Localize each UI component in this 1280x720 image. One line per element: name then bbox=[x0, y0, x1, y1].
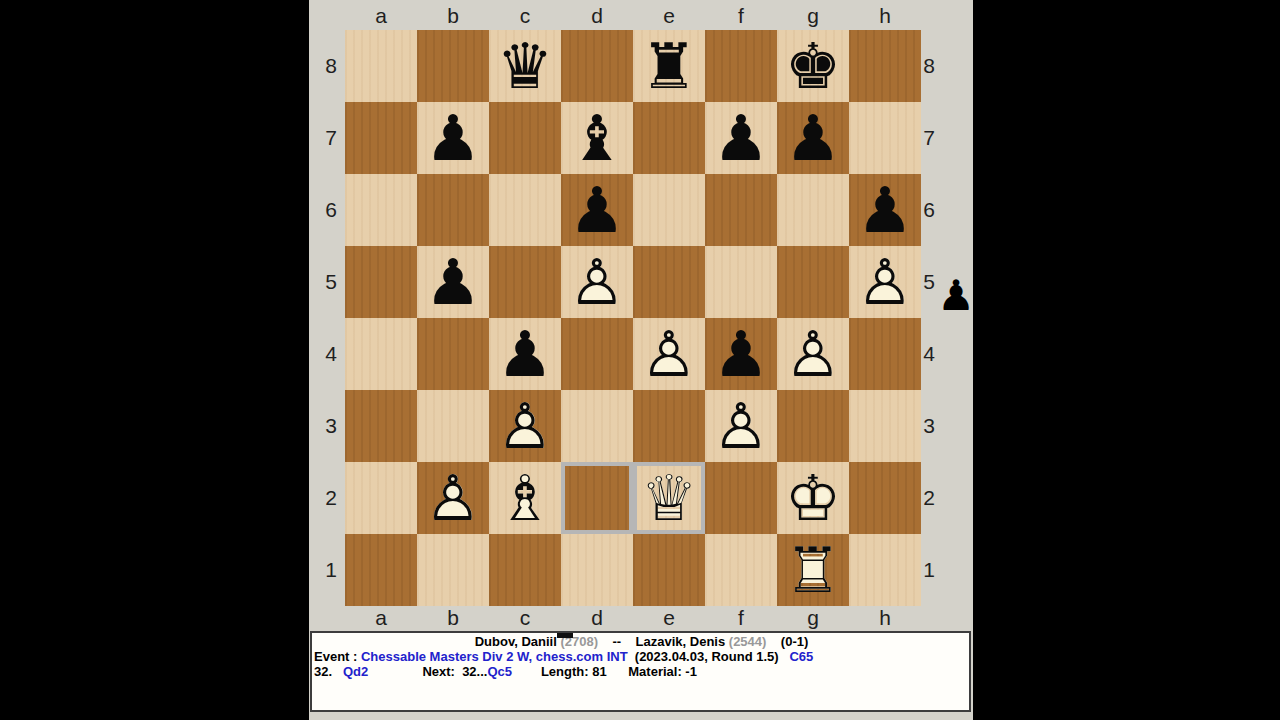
caption-segment: Lazavik, Denis bbox=[636, 634, 729, 649]
white-bishop: ♝♗ bbox=[489, 462, 561, 534]
square-b8[interactable] bbox=[417, 30, 489, 102]
caption-segment: 32. bbox=[314, 664, 343, 679]
black-rook: ♜ bbox=[633, 30, 705, 102]
square-e5[interactable] bbox=[633, 246, 705, 318]
file-label-a: a bbox=[345, 4, 417, 28]
square-d6[interactable]: ♟ bbox=[561, 174, 633, 246]
piece-outline: ♙ bbox=[849, 246, 921, 318]
square-c1[interactable] bbox=[489, 534, 561, 606]
black-pawn: ♟ bbox=[489, 318, 561, 390]
piece-outline: ♙ bbox=[705, 390, 777, 462]
square-e1[interactable] bbox=[633, 534, 705, 606]
square-h6[interactable]: ♟ bbox=[849, 174, 921, 246]
square-d2[interactable] bbox=[561, 462, 633, 534]
rank-label-7: 7 bbox=[320, 102, 342, 174]
square-e4[interactable]: ♟♙ bbox=[633, 318, 705, 390]
caption-segment: C65 bbox=[789, 649, 813, 664]
rank-label-1: 1 bbox=[320, 534, 342, 606]
file-label-c: c bbox=[489, 4, 561, 28]
black-pawn: ♟ bbox=[849, 174, 921, 246]
square-e7[interactable] bbox=[633, 102, 705, 174]
white-pawn: ♟♙ bbox=[849, 246, 921, 318]
video-frame-panel: abcdefgh 87654321 ♛♜♚♟♝♟♟♟♟♟♟♙♟♙♟♟♙♟♟♙♟♙… bbox=[309, 0, 973, 720]
file-label-e: e bbox=[633, 606, 705, 630]
piece-glyph: ♟ bbox=[561, 174, 633, 246]
square-f7[interactable]: ♟ bbox=[705, 102, 777, 174]
event-line: Event : Chessable Masters Div 2 W, chess… bbox=[314, 649, 969, 664]
rank-label-8: 8 bbox=[918, 30, 940, 102]
square-h3[interactable] bbox=[849, 390, 921, 462]
rank-label-6: 6 bbox=[918, 174, 940, 246]
square-f1[interactable] bbox=[705, 534, 777, 606]
file-label-h: h bbox=[849, 606, 921, 630]
square-a5[interactable] bbox=[345, 246, 417, 318]
white-pawn: ♟♙ bbox=[777, 318, 849, 390]
square-e3[interactable] bbox=[633, 390, 705, 462]
square-e6[interactable] bbox=[633, 174, 705, 246]
file-labels-top: abcdefgh bbox=[345, 4, 921, 28]
square-b7[interactable]: ♟ bbox=[417, 102, 489, 174]
square-a6[interactable] bbox=[345, 174, 417, 246]
black-pawn: ♟ bbox=[705, 102, 777, 174]
file-label-b: b bbox=[417, 4, 489, 28]
piece-glyph: ♟ bbox=[489, 318, 561, 390]
square-h1[interactable] bbox=[849, 534, 921, 606]
square-f6[interactable] bbox=[705, 174, 777, 246]
square-d3[interactable] bbox=[561, 390, 633, 462]
square-g8[interactable]: ♚ bbox=[777, 30, 849, 102]
square-g5[interactable] bbox=[777, 246, 849, 318]
black-pawn: ♟ bbox=[777, 102, 849, 174]
square-g7[interactable]: ♟ bbox=[777, 102, 849, 174]
piece-glyph: ♝ bbox=[561, 102, 633, 174]
file-label-e: e bbox=[633, 4, 705, 28]
file-labels-bottom: abcdefgh bbox=[345, 606, 921, 630]
square-g6[interactable] bbox=[777, 174, 849, 246]
rank-label-5: 5 bbox=[320, 246, 342, 318]
caption-segment: (2544) bbox=[729, 634, 767, 649]
caption-segment: Next: 32... bbox=[368, 664, 487, 679]
square-a4[interactable] bbox=[345, 318, 417, 390]
piece-outline: ♗ bbox=[489, 462, 561, 534]
caption-notch bbox=[557, 631, 573, 638]
rank-label-2: 2 bbox=[320, 462, 342, 534]
square-b1[interactable] bbox=[417, 534, 489, 606]
caption-segment: Dubov, Daniil bbox=[475, 634, 561, 649]
square-b6[interactable] bbox=[417, 174, 489, 246]
square-c8[interactable]: ♛ bbox=[489, 30, 561, 102]
square-b2[interactable]: ♟♙ bbox=[417, 462, 489, 534]
piece-glyph: ♛ bbox=[489, 30, 561, 102]
square-b3[interactable] bbox=[417, 390, 489, 462]
square-a2[interactable] bbox=[345, 462, 417, 534]
square-f5[interactable] bbox=[705, 246, 777, 318]
rank-label-2: 2 bbox=[918, 462, 940, 534]
piece-outline: ♖ bbox=[777, 534, 849, 606]
square-f4[interactable]: ♟ bbox=[705, 318, 777, 390]
square-e2[interactable]: ♛♕ bbox=[633, 462, 705, 534]
square-c4[interactable]: ♟ bbox=[489, 318, 561, 390]
square-h4[interactable] bbox=[849, 318, 921, 390]
square-c5[interactable] bbox=[489, 246, 561, 318]
square-c7[interactable] bbox=[489, 102, 561, 174]
white-pawn: ♟♙ bbox=[633, 318, 705, 390]
file-label-c: c bbox=[489, 606, 561, 630]
file-label-f: f bbox=[705, 606, 777, 630]
square-g3[interactable] bbox=[777, 390, 849, 462]
black-pawn: ♟ bbox=[417, 246, 489, 318]
white-pawn: ♟♙ bbox=[705, 390, 777, 462]
square-a3[interactable] bbox=[345, 390, 417, 462]
players-line: Dubov, Daniil (2708) -- Lazavik, Denis (… bbox=[314, 634, 969, 649]
square-f2[interactable] bbox=[705, 462, 777, 534]
square-d1[interactable] bbox=[561, 534, 633, 606]
piece-outline: ♙ bbox=[561, 246, 633, 318]
piece-glyph: ♟ bbox=[417, 246, 489, 318]
rank-label-1: 1 bbox=[918, 534, 940, 606]
white-rook: ♜♖ bbox=[777, 534, 849, 606]
moves-line: 32. Qd2 Next: 32...Qc5 Length: 81 Materi… bbox=[314, 664, 969, 679]
square-c6[interactable] bbox=[489, 174, 561, 246]
white-pawn: ♟♙ bbox=[489, 390, 561, 462]
square-c3[interactable]: ♟♙ bbox=[489, 390, 561, 462]
caption-segment: -- bbox=[598, 634, 636, 649]
file-label-d: d bbox=[561, 606, 633, 630]
piece-outline: ♕ bbox=[633, 462, 705, 534]
square-g1[interactable]: ♜♖ bbox=[777, 534, 849, 606]
rank-label-8: 8 bbox=[320, 30, 342, 102]
captured-pawn-icon: ♟ bbox=[932, 270, 980, 322]
caption-segment: Qd2 bbox=[343, 664, 368, 679]
white-queen: ♛♕ bbox=[633, 462, 705, 534]
game-info-caption: Dubov, Daniil (2708) -- Lazavik, Denis (… bbox=[310, 631, 971, 712]
square-h8[interactable] bbox=[849, 30, 921, 102]
caption-segment: Event : bbox=[314, 649, 361, 664]
black-bishop: ♝ bbox=[561, 102, 633, 174]
square-h5[interactable]: ♟♙ bbox=[849, 246, 921, 318]
square-f3[interactable]: ♟♙ bbox=[705, 390, 777, 462]
square-a7[interactable] bbox=[345, 102, 417, 174]
file-label-g: g bbox=[777, 4, 849, 28]
rank-label-3: 3 bbox=[918, 390, 940, 462]
file-label-h: h bbox=[849, 4, 921, 28]
square-a8[interactable] bbox=[345, 30, 417, 102]
file-label-g: g bbox=[777, 606, 849, 630]
caption-segment: Qc5 bbox=[487, 664, 512, 679]
piece-outline: ♙ bbox=[489, 390, 561, 462]
file-label-f: f bbox=[705, 4, 777, 28]
caption-segment: (0-1) bbox=[766, 634, 808, 649]
square-b4[interactable] bbox=[417, 318, 489, 390]
square-d8[interactable] bbox=[561, 30, 633, 102]
square-c2[interactable]: ♝♗ bbox=[489, 462, 561, 534]
square-h2[interactable] bbox=[849, 462, 921, 534]
file-label-a: a bbox=[345, 606, 417, 630]
square-d4[interactable] bbox=[561, 318, 633, 390]
square-b5[interactable]: ♟ bbox=[417, 246, 489, 318]
file-label-b: b bbox=[417, 606, 489, 630]
piece-outline: ♙ bbox=[633, 318, 705, 390]
piece-glyph: ♟ bbox=[417, 102, 489, 174]
white-king: ♚♔ bbox=[777, 462, 849, 534]
rank-label-7: 7 bbox=[918, 102, 940, 174]
black-pawn: ♟ bbox=[561, 174, 633, 246]
piece-glyph: ♚ bbox=[777, 30, 849, 102]
piece-glyph: ♟ bbox=[705, 318, 777, 390]
caption-segment: Length: 81 Material: -1 bbox=[512, 664, 697, 679]
black-pawn: ♟ bbox=[705, 318, 777, 390]
piece-outline: ♙ bbox=[777, 318, 849, 390]
rank-label-6: 6 bbox=[320, 174, 342, 246]
square-d7[interactable]: ♝ bbox=[561, 102, 633, 174]
black-king: ♚ bbox=[777, 30, 849, 102]
file-label-d: d bbox=[561, 4, 633, 28]
piece-glyph: ♟ bbox=[849, 174, 921, 246]
rank-labels-left: 87654321 bbox=[320, 30, 342, 606]
rank-label-4: 4 bbox=[320, 318, 342, 390]
piece-glyph: ♟ bbox=[777, 102, 849, 174]
rank-label-4: 4 bbox=[918, 318, 940, 390]
board: ♛♜♚♟♝♟♟♟♟♟♟♙♟♙♟♟♙♟♟♙♟♙♟♙♟♙♝♗♛♕♚♔♜♖ bbox=[345, 30, 921, 606]
black-queen: ♛ bbox=[489, 30, 561, 102]
square-a1[interactable] bbox=[345, 534, 417, 606]
caption-segment: (2023.04.03, Round 1.5) bbox=[628, 649, 790, 664]
square-h7[interactable] bbox=[849, 102, 921, 174]
piece-glyph: ♜ bbox=[633, 30, 705, 102]
white-pawn: ♟♙ bbox=[561, 246, 633, 318]
square-g2[interactable]: ♚♔ bbox=[777, 462, 849, 534]
rank-label-3: 3 bbox=[320, 390, 342, 462]
piece-outline: ♔ bbox=[777, 462, 849, 534]
square-e8[interactable]: ♜ bbox=[633, 30, 705, 102]
square-g4[interactable]: ♟♙ bbox=[777, 318, 849, 390]
caption-segment: Chessable Masters Div 2 W, chess.com INT bbox=[361, 649, 628, 664]
white-pawn: ♟♙ bbox=[417, 462, 489, 534]
square-f8[interactable] bbox=[705, 30, 777, 102]
piece-glyph: ♟ bbox=[705, 102, 777, 174]
black-pawn: ♟ bbox=[417, 102, 489, 174]
piece-outline: ♙ bbox=[417, 462, 489, 534]
square-d5[interactable]: ♟♙ bbox=[561, 246, 633, 318]
